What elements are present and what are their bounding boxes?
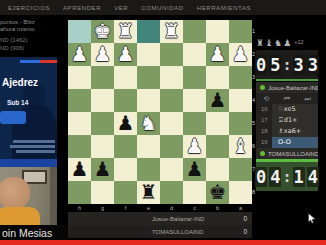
square-c2[interactable] [183,43,206,66]
online-dot [260,85,265,90]
file-label: h [68,205,91,212]
square-h2[interactable]: ♟ [68,43,91,66]
square-c4[interactable] [183,89,206,112]
clock-digit: 4 [307,167,319,187]
square-c7[interactable]: ♟ [183,158,206,181]
poster-subtitle: Sub 14 [7,99,28,106]
streamer-head [0,177,30,209]
skip-back-icon[interactable]: ⏮ [284,93,290,104]
square-h5[interactable] [68,112,91,135]
chess-board: ♚♜♜♟♟♟♟♟♟♟♞♟♝♟♟♟♜♚ [68,20,252,204]
square-d8[interactable] [160,181,183,204]
square-h1[interactable] [68,20,91,43]
move-row-18[interactable]: 18♗xa6+ [256,126,318,137]
square-f6[interactable] [114,135,137,158]
move-number: 18 [256,126,272,137]
move-san[interactable]: ♖d1+ [272,115,318,126]
game-info-line: puntos - Blitz [0,19,62,26]
black-pawn[interactable]: ♟ [68,158,91,181]
game-info-line: ND (1462) [0,37,62,44]
white-pawn[interactable]: ♟ [183,135,206,158]
black-pawn[interactable]: ♟ [183,158,206,181]
square-c8[interactable] [183,181,206,204]
clock-digit: 3 [293,55,305,75]
file-label: c [183,205,206,212]
black-king[interactable]: ♚ [206,181,229,204]
clock-digit: 0 [255,55,267,75]
square-e2[interactable] [137,43,160,66]
square-g1[interactable]: ♚ [91,20,114,43]
file-label: g [91,205,114,212]
file-label: b [206,205,229,212]
clock-colon: : [282,168,291,186]
player-top-name: Josue-Baltazar-IND [268,85,318,91]
score-player-name: TOMASULLOAIND [152,229,243,235]
move-number: 19 [256,137,272,148]
menu-item-herramientas[interactable]: HERRAMIENTAS [197,5,251,11]
square-h8[interactable] [68,181,91,204]
white-knight[interactable]: ♞ [137,112,160,135]
move-san[interactable]: ♘xe5 [272,104,318,115]
square-c3[interactable] [183,66,206,89]
square-h7[interactable]: ♟ [68,158,91,181]
white-bishop[interactable]: ♝ [229,135,252,158]
move-row-17[interactable]: 17♖d1+ [256,115,318,126]
clock-digit: 3 [307,55,319,75]
square-a1[interactable] [229,20,252,43]
player-top-row[interactable]: Josue-Baltazar-IND [256,82,318,93]
square-c5[interactable] [183,112,206,135]
square-f8[interactable] [114,181,137,204]
square-b7[interactable] [206,158,229,181]
square-g6[interactable] [91,135,114,158]
move-number: 16 [256,104,272,115]
square-f4[interactable] [114,89,137,112]
move-nav-controls: ⟲ ⏮ ⏭ [256,93,318,104]
cycle-icon[interactable]: ⟲ [263,93,269,104]
clock-digit: 1 [293,167,305,187]
tournament-poster: Ajedrez Sub 14 [0,57,57,167]
clock-black-active: 04:14 [256,162,318,191]
square-f5[interactable]: ♟ [114,112,137,135]
square-a5[interactable] [229,112,252,135]
square-g7[interactable]: ♟ [91,158,114,181]
white-pawn[interactable]: ♟ [91,43,114,66]
white-rook[interactable]: ♜ [160,20,183,43]
square-a4[interactable] [229,89,252,112]
square-a6[interactable]: ♝ [229,135,252,158]
square-d3[interactable] [160,66,183,89]
black-pawn[interactable]: ♟ [206,89,229,112]
move-san[interactable]: ♗xa6+ [272,126,318,137]
square-b6[interactable] [206,135,229,158]
square-f7[interactable] [114,158,137,181]
square-d6[interactable] [160,135,183,158]
menu-item-ver[interactable]: VER [114,5,128,11]
square-g4[interactable] [91,89,114,112]
square-f1[interactable]: ♜ [114,20,137,43]
square-a2[interactable]: ♟ [229,43,252,66]
score-row: Josue-Baltazar-IND0 [68,212,252,225]
square-e7[interactable] [137,158,160,181]
clock-digit: 4 [269,167,281,187]
square-d2[interactable] [160,43,183,66]
score-value: 0 [243,228,247,235]
streamer-webcam [0,167,57,225]
file-label: d [160,205,183,212]
player-bottom-row[interactable]: TOMASULLOAIND [256,148,318,159]
square-g2[interactable]: ♟ [91,43,114,66]
square-e1[interactable] [137,20,160,43]
white-rook[interactable]: ♜ [114,20,137,43]
captured-pieces-row: ♜♝♞♟ +12 [256,38,318,49]
file-label: f [114,205,137,212]
square-c1[interactable] [183,20,206,43]
square-g8[interactable] [91,181,114,204]
poster-title: Ajedrez [2,77,38,88]
mouse-cursor [308,210,316,221]
file-labels: hgfedcba [68,205,252,212]
clock-digit: 0 [255,167,267,187]
player-bottom-name: TOMASULLOAIND [268,151,318,157]
game-info-line: ahora mismo [0,26,62,33]
square-e5[interactable]: ♞ [137,112,160,135]
square-h3[interactable] [68,66,91,89]
menu-item-ejercicios[interactable]: EJERCICIOS [8,5,50,11]
move-row-16[interactable]: 16♘xe5 [256,104,318,115]
poster-fine-print [10,145,55,148]
streamer-shirt [0,207,40,225]
square-b5[interactable] [206,112,229,135]
flag-stripe [20,60,57,63]
square-d4[interactable] [160,89,183,112]
square-d7[interactable] [160,158,183,181]
square-a3[interactable] [229,66,252,89]
move-row-19[interactable]: 19O-O [256,137,318,148]
poster-fine-print [13,140,55,143]
square-e6[interactable] [137,135,160,158]
file-label: e [137,205,160,212]
online-dot [260,151,265,156]
square-b8[interactable]: ♚ [206,181,229,204]
move-number: 17 [256,115,272,126]
black-pawn[interactable]: ♟ [91,158,114,181]
square-b2[interactable]: ♟ [206,43,229,66]
square-c6[interactable]: ♟ [183,135,206,158]
game-info-block: puntos - Blitzahora mismoND (1462)ND (90… [0,19,62,52]
square-f3[interactable] [114,66,137,89]
white-pawn[interactable]: ♟ [68,43,91,66]
move-san[interactable]: O-O [272,137,318,148]
captured-pieces-icons: ♜♝♞♟ [256,38,292,49]
square-d1[interactable]: ♜ [160,20,183,43]
clock-colon: : [282,56,291,74]
file-label: a [229,205,252,212]
square-h4[interactable] [68,89,91,112]
score-player-name: Josue-Baltazar-IND [152,216,243,222]
square-b3[interactable] [206,66,229,89]
clock-digit: 5 [269,55,281,75]
square-e3[interactable] [137,66,160,89]
square-e4[interactable] [137,89,160,112]
poster-fine-print [16,150,55,153]
game-info-line: ND (906) [0,45,62,52]
clock-white: 05:33 [256,50,318,79]
score-table: Josue-Baltazar-IND0TOMASULLOAIND0 [68,212,252,238]
skip-forward-icon[interactable]: ⏭ [304,93,310,104]
square-h6[interactable] [68,135,91,158]
menu-item-aprender[interactable]: APRENDER [63,5,101,11]
white-king[interactable]: ♚ [91,20,114,43]
black-rook[interactable]: ♜ [137,181,160,204]
video-frame: EJERCICIOSAPRENDERVERCOMUNIDADHERRAMIENT… [0,0,326,245]
score-row: TOMASULLOAIND0 [68,225,252,238]
poster-badge [0,111,26,124]
clock-divider-top [256,79,318,81]
wall-shadow [50,167,57,225]
black-pawn[interactable]: ♟ [114,112,137,135]
square-b1[interactable] [206,20,229,43]
video-progress-bar[interactable] [0,240,326,245]
white-pawn[interactable]: ♟ [229,43,252,66]
square-a8[interactable] [229,181,252,204]
square-a7[interactable] [229,158,252,181]
streamer-name: oin Mesias [2,227,52,239]
material-advantage: +12 [294,39,303,45]
score-value: 0 [243,215,247,222]
caption-strip: oin Mesias [0,225,68,241]
white-pawn[interactable]: ♟ [114,43,137,66]
square-b4[interactable]: ♟ [206,89,229,112]
move-list: 16♘xe517♖d1+18♗xa6+19O-O [256,104,318,148]
square-f2[interactable]: ♟ [114,43,137,66]
white-pawn[interactable]: ♟ [206,43,229,66]
top-menubar: EJERCICIOSAPRENDERVERCOMUNIDADHERRAMIENT… [0,0,326,15]
square-e8[interactable]: ♜ [137,181,160,204]
square-d5[interactable] [160,112,183,135]
square-g3[interactable] [91,66,114,89]
menu-item-comunidad[interactable]: COMUNIDAD [141,5,183,11]
square-g5[interactable] [91,112,114,135]
poster-footer [0,159,57,167]
